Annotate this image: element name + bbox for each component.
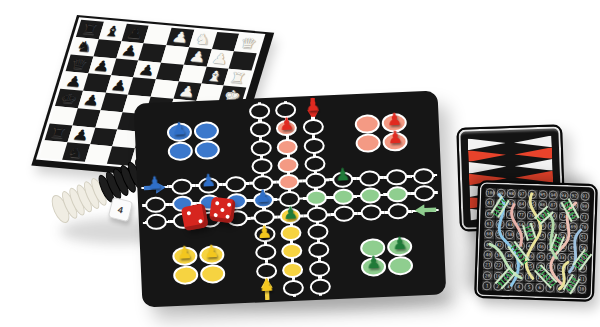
sl-cell-number: 12: [567, 274, 576, 283]
sl-cell: 15: [535, 272, 545, 282]
sl-cell: 93: [559, 191, 569, 201]
sl-cell-number: 61: [485, 219, 494, 228]
sl-cell: 4: [514, 282, 524, 292]
sl-cell-number: 8: [556, 284, 565, 293]
sl-cell: 90: [580, 202, 590, 212]
sl-cell-number: 9: [566, 284, 575, 293]
sl-cell-number: 15: [535, 273, 544, 282]
sl-cell: 47: [547, 242, 557, 252]
sl-cell-number: 83: [506, 199, 515, 208]
chess-square[interactable]: ♜: [224, 68, 252, 87]
sl-cell-number: 76: [527, 210, 536, 219]
sl-cell: 12: [567, 273, 577, 283]
sl-cell-number: 40: [484, 250, 493, 259]
sl-cell-number: 2: [493, 281, 502, 290]
sl-cell-number: 53: [558, 232, 567, 241]
sl-cell: 34: [546, 252, 556, 262]
sl-cell: 67: [547, 221, 557, 231]
sl-cell-number: 69: [569, 222, 578, 231]
ludo-pawn-blue[interactable]: ♟: [255, 188, 271, 206]
sl-cell: 53: [558, 232, 568, 242]
sl-cell-number: 57: [516, 231, 525, 240]
sl-cell-number: 72: [569, 212, 578, 221]
sl-cell: 42: [494, 240, 504, 250]
sl-cell: 35: [536, 252, 546, 262]
sl-cell-number: 18: [504, 271, 513, 280]
ludo-pawn-yellow[interactable]: ♟: [257, 223, 273, 241]
sl-cell: 64: [516, 220, 526, 230]
sl-cell-number: 92: [570, 191, 579, 200]
sl-cell: 78: [506, 210, 516, 220]
ludo-pawn-red[interactable]: ♟: [279, 115, 295, 133]
sl-cell: 96: [527, 190, 537, 200]
sl-cell: 80: [485, 209, 495, 219]
sl-cell: 51: [578, 233, 588, 243]
sl-cell: 48: [557, 242, 567, 252]
sl-cell-number: 24: [515, 262, 524, 271]
sl-cell-number: 95: [538, 190, 547, 199]
sl-cell-number: 16: [525, 272, 534, 281]
sl-cell-number: 88: [559, 201, 568, 210]
sl-cell: 97: [517, 189, 527, 199]
snakes-ladders-grid: 1009998979695949392918182838485868788899…: [482, 188, 589, 294]
sl-cell: 98: [506, 189, 516, 199]
sl-cell: 52: [568, 232, 578, 242]
ludo-pawn-green[interactable]: ♟: [283, 204, 299, 222]
sl-cell-number: 13: [556, 273, 565, 282]
sl-cell-number: 29: [567, 263, 576, 272]
sl-cell: 3: [503, 282, 513, 292]
sl-cell: 19: [493, 271, 503, 281]
sl-cell-number: 51: [579, 233, 588, 242]
ludo-pawn-green[interactable]: ♟: [366, 254, 382, 272]
sl-cell-number: 39: [494, 250, 503, 259]
sl-cell: 74: [548, 211, 558, 221]
sl-cell-number: 54: [547, 232, 556, 241]
sl-cell-number: 87: [548, 201, 557, 210]
sl-cell-number: 36: [526, 252, 535, 261]
sl-cell-number: 45: [526, 241, 535, 250]
sl-cell-number: 1: [483, 281, 492, 290]
sl-cell: 18: [504, 271, 514, 281]
sl-cell: 87: [548, 201, 558, 211]
sl-cell: 1: [482, 281, 492, 291]
sl-cell-number: 6: [535, 283, 544, 292]
red-die[interactable]: [209, 196, 236, 223]
sl-cell: 59: [495, 230, 505, 240]
sl-cell-number: 71: [579, 212, 588, 221]
sl-cell: 84: [517, 200, 527, 210]
sl-cell-number: 59: [495, 230, 504, 239]
sl-cell: 85: [527, 200, 537, 210]
sl-cell-number: 62: [495, 220, 504, 229]
chess-square[interactable]: [229, 51, 257, 70]
sl-cell-number: 65: [527, 221, 536, 230]
sl-cell-number: 50: [578, 243, 587, 252]
sl-cell-number: 14: [546, 273, 555, 282]
sl-cell: 30: [577, 264, 587, 274]
sl-cell-number: 41: [484, 240, 493, 249]
sl-cell-number: 93: [559, 191, 568, 200]
sl-cell-number: 48: [557, 242, 566, 251]
sl-cell-number: 46: [536, 242, 545, 251]
sl-cell-number: 77: [517, 210, 526, 219]
sl-cell-number: 91: [580, 192, 589, 201]
die-pip: [225, 214, 229, 218]
sl-cell-number: 64: [516, 220, 525, 229]
sl-cell: 77: [516, 210, 526, 220]
sl-cell: 28: [556, 263, 566, 273]
die-pip: [215, 201, 219, 205]
sl-cell-number: 38: [505, 251, 514, 260]
sl-cell: 62: [495, 219, 505, 229]
ludo-pawn-blue[interactable]: ♟: [147, 174, 163, 192]
sl-cell-number: 80: [485, 209, 494, 218]
sl-cell: 88: [559, 201, 569, 211]
sl-cell-number: 86: [538, 200, 547, 209]
sl-cell-number: 75: [537, 211, 546, 220]
sl-cell: 60: [484, 229, 494, 239]
sl-cell-number: 52: [568, 232, 577, 241]
sl-cell-number: 89: [569, 202, 578, 211]
sl-cell-number: 20: [483, 271, 492, 280]
ludo-board: ♟♟♟♟♟♟♟♟♟♟♟♟♟♟♟♟: [134, 90, 447, 307]
sl-cell: 73: [558, 211, 568, 221]
sl-cell: 24: [514, 261, 524, 271]
sl-cell: 92: [569, 191, 579, 201]
sl-cell: 89: [569, 201, 579, 211]
sl-cell-number: 27: [546, 263, 555, 272]
sl-cell: 75: [537, 211, 547, 221]
sl-cell: 72: [569, 212, 579, 222]
chess-piece-R[interactable]: ♜: [224, 68, 252, 87]
sl-cell: 65: [526, 221, 536, 231]
sl-cell: 82: [496, 199, 506, 209]
sl-cell: 57: [516, 230, 526, 240]
sl-cell-number: 94: [549, 191, 558, 200]
sl-cell: 2: [493, 281, 503, 291]
sl-cell-number: 37: [515, 251, 524, 260]
sl-cell: 36: [525, 251, 535, 261]
sl-cell-number: 35: [536, 252, 545, 261]
die-pip: [227, 203, 231, 207]
sl-cell-number: 30: [578, 264, 587, 273]
sl-cell: 16: [525, 272, 535, 282]
ludo-pawn-green[interactable]: ♟: [392, 235, 408, 253]
sl-cell-number: 68: [558, 222, 567, 231]
chess-piece-Q[interactable]: ♛: [234, 34, 262, 53]
sl-cell: 7: [545, 283, 555, 293]
sl-cell-number: 79: [496, 209, 505, 218]
sl-cell-number: 42: [494, 240, 503, 249]
sl-cell-number: 60: [484, 230, 493, 239]
sl-cell-number: 7: [545, 283, 554, 292]
sl-cell-number: 90: [580, 202, 589, 211]
sl-cell: 10: [577, 284, 587, 294]
sl-cell-number: 67: [548, 221, 557, 230]
sl-cell-number: 17: [514, 272, 523, 281]
die-pip: [186, 211, 191, 216]
sl-cell-number: 11: [577, 274, 586, 283]
die-pip: [220, 208, 224, 212]
sl-cell: 94: [548, 190, 558, 200]
sl-cell-number: 31: [578, 253, 587, 262]
sl-cell: 23: [504, 261, 514, 271]
ludo-pawn-red[interactable]: ♟: [305, 96, 321, 114]
sl-cell: 40: [483, 250, 493, 260]
sl-cell-number: 10: [577, 284, 586, 293]
sl-cell: 54: [547, 232, 557, 242]
sl-cell: 81: [485, 199, 495, 209]
ludo-pawn-green[interactable]: ♟: [335, 166, 351, 184]
sl-cell: 68: [558, 222, 568, 232]
sl-cell: 49: [568, 243, 578, 253]
sl-cell: 20: [483, 271, 493, 281]
sl-cell: 71: [579, 212, 589, 222]
sl-cell: 69: [568, 222, 578, 232]
sl-cell-number: 70: [579, 223, 588, 232]
sl-cell-number: 21: [483, 260, 492, 269]
ludo-pawn-yellow[interactable]: ♟: [204, 243, 220, 261]
ludo-pawn-blue[interactable]: ♟: [171, 120, 187, 138]
sl-cell-number: 85: [527, 200, 536, 209]
sl-cell: 5: [524, 282, 534, 292]
sl-cell-number: 32: [568, 253, 577, 262]
sl-cell: 66: [537, 221, 547, 231]
sl-cell-number: 98: [507, 189, 516, 198]
sl-cell-number: 82: [496, 199, 505, 208]
sl-cell-number: 66: [537, 221, 546, 230]
sl-cell-number: 100: [486, 188, 495, 197]
sl-cell-number: 96: [528, 190, 537, 199]
sl-cell: 33: [557, 253, 567, 263]
sl-cell: 41: [484, 240, 494, 250]
red-die[interactable]: [181, 203, 209, 231]
sl-cell-number: 78: [506, 210, 515, 219]
snakes-and-ladders-board: 1009998979695949392918182838485868788899…: [474, 180, 598, 302]
sl-cell-number: 22: [494, 261, 503, 270]
sl-cell: 70: [579, 222, 589, 232]
sl-cell: 50: [578, 243, 588, 253]
sl-cell: 79: [495, 209, 505, 219]
sl-cell: 56: [526, 231, 536, 241]
sl-cell: 76: [527, 210, 537, 220]
ludo-pawn-yellow[interactable]: ♟: [177, 245, 193, 263]
sl-cell-number: 43: [505, 241, 514, 250]
ludo-pawn-blue[interactable]: ♟: [200, 172, 216, 190]
sl-cell: 100: [485, 188, 495, 198]
sl-cell: 46: [536, 242, 546, 252]
sl-cell: 43: [505, 240, 515, 250]
sl-cell-number: 5: [524, 282, 533, 291]
sl-cell: 22: [493, 261, 503, 271]
sl-cell: 55: [537, 231, 547, 241]
sl-cell: 61: [484, 219, 494, 229]
sl-cell: 6: [535, 283, 545, 293]
sl-cell-number: 44: [515, 241, 524, 250]
sl-cell-number: 63: [506, 220, 515, 229]
sl-cell: 37: [515, 251, 525, 261]
sl-cell: 21: [483, 260, 493, 270]
sl-cell-number: 58: [505, 230, 514, 239]
sl-cell-number: 47: [547, 242, 556, 251]
sl-cell-number: 34: [547, 252, 556, 261]
sl-cell: 39: [494, 250, 504, 260]
sl-cell-number: 4: [514, 282, 523, 291]
sl-cell-number: 28: [557, 263, 566, 272]
sl-cell: 8: [556, 283, 566, 293]
sl-cell: 44: [515, 241, 525, 251]
sl-cell-number: 99: [496, 189, 505, 198]
sl-cell: 45: [526, 241, 536, 251]
sl-cell: 26: [535, 262, 545, 272]
sl-cell-number: 33: [557, 253, 566, 262]
sl-cell: 27: [546, 262, 556, 272]
sl-cell: 29: [567, 263, 577, 273]
sl-cell-number: 81: [485, 199, 494, 208]
sl-cell-number: 3: [503, 282, 512, 291]
sl-cell-number: 55: [537, 231, 546, 240]
sl-cell-number: 73: [558, 212, 567, 221]
sl-cell: 32: [567, 253, 577, 263]
sl-cell: 38: [504, 251, 514, 261]
sl-cell: 31: [578, 253, 588, 263]
sl-cell: 58: [505, 230, 515, 240]
sl-cell-number: 26: [536, 262, 545, 271]
die-pip: [199, 219, 204, 224]
sl-cell-number: 56: [526, 231, 535, 240]
ludo-pawn-red[interactable]: ♟: [387, 128, 403, 146]
sl-cell-number: 84: [517, 200, 526, 209]
sl-cell-number: 74: [548, 211, 557, 220]
sl-cell: 95: [538, 190, 548, 200]
sl-cell: 17: [514, 272, 524, 282]
sl-cell: 9: [566, 284, 576, 294]
white-die-face: 4: [117, 204, 124, 215]
chess-square[interactable]: ♛: [234, 34, 262, 53]
sl-cell: 91: [580, 192, 590, 202]
ludo-pawn-red[interactable]: ♟: [386, 111, 402, 129]
sl-cell: 63: [505, 220, 515, 230]
sl-cell-number: 97: [517, 189, 526, 198]
die-pip: [214, 213, 218, 217]
sl-cell: 86: [538, 200, 548, 210]
sl-cell: 99: [496, 189, 506, 199]
sl-cell-number: 49: [568, 243, 577, 252]
sl-cell: 13: [556, 273, 566, 283]
sl-cell: 11: [577, 274, 587, 284]
ludo-pawn-yellow[interactable]: ♟: [259, 277, 275, 295]
sl-cell-number: 23: [504, 261, 513, 270]
sl-cell: 14: [546, 273, 556, 283]
sl-cell: 25: [525, 262, 535, 272]
sl-cell: 83: [506, 199, 516, 209]
sl-cell-number: 19: [493, 271, 502, 280]
sl-cell-number: 25: [525, 262, 534, 271]
travel-games-product-photo: ♜♝♟♟♞♛♞♟♟♟♛♟♟♝♜♟♟♟♚♚♟♟♜♟♟♞♟ 4 ♟♟♟♟♟♟♟♟♟♟…: [0, 0, 600, 327]
